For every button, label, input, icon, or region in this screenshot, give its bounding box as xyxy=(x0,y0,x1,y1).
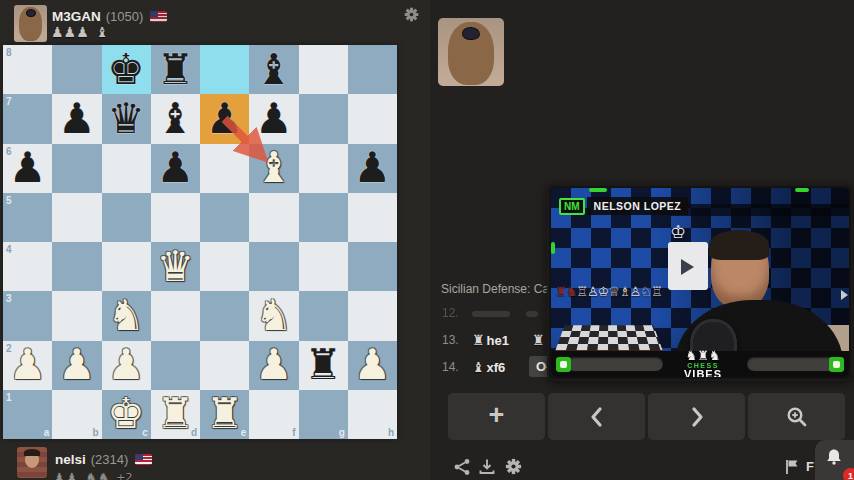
square-g2[interactable]: ♜ xyxy=(299,341,348,390)
square-a7[interactable]: 7 xyxy=(3,94,52,143)
square-c3[interactable]: ♞ xyxy=(102,291,151,340)
share-icon[interactable] xyxy=(452,457,472,480)
file-label-h: h xyxy=(388,427,394,438)
white-pawn-a2: ♟ xyxy=(3,341,52,390)
captured-knight-icon: ♞ xyxy=(98,470,111,480)
square-a4[interactable]: 4 xyxy=(3,242,52,291)
square-g3[interactable] xyxy=(299,291,348,340)
black-bishop-f8: ♝ xyxy=(249,45,298,94)
square-d3[interactable] xyxy=(151,291,200,340)
move-number: 14. xyxy=(442,360,459,374)
captured-bishop-icon: ♝ xyxy=(96,24,109,40)
black-king-c8: ♚ xyxy=(102,45,151,94)
black-pawn-e7: ♟ xyxy=(200,94,249,143)
square-c4[interactable] xyxy=(102,242,151,291)
file-label-g: g xyxy=(339,427,345,438)
webcam-scene: ♔ ♜♞♖♙♔♕♗♙♘♖ ♞♜♞ CHESS VIBES xyxy=(551,188,849,377)
square-g8[interactable] xyxy=(299,45,348,94)
square-g1[interactable]: g xyxy=(299,390,348,439)
square-e3[interactable] xyxy=(200,291,249,340)
bot-avatar-large[interactable] xyxy=(438,18,504,86)
rank-label-1: 1 xyxy=(6,392,12,403)
square-b7[interactable]: ♟ xyxy=(52,94,101,143)
square-b2[interactable]: ♟ xyxy=(52,341,101,390)
chevron-right-icon xyxy=(689,406,705,428)
previous-move-button[interactable] xyxy=(548,393,645,440)
black-pawn-h6: ♟ xyxy=(348,144,397,193)
black-pawn-d6: ♟ xyxy=(151,144,200,193)
overlay-ticker-right xyxy=(747,357,837,371)
rank-label-8: 8 xyxy=(6,47,12,58)
square-a8[interactable]: 8 xyxy=(3,45,52,94)
file-label-a: a xyxy=(44,427,50,438)
top-player-name[interactable]: M3GAN xyxy=(52,9,101,24)
square-d1[interactable]: d♜ xyxy=(151,390,200,439)
streamer-nametag: NM NELSON LOPEZ xyxy=(559,197,688,215)
rank-label-5: 5 xyxy=(6,195,12,206)
file-label-f: f xyxy=(292,427,295,438)
square-b5[interactable] xyxy=(52,193,101,242)
move-piece-icon: ♜ xyxy=(472,332,485,348)
white-pawn-h2: ♟ xyxy=(348,341,397,390)
rank-label-7: 7 xyxy=(6,96,12,107)
magnifier-icon xyxy=(785,405,809,429)
square-e6[interactable] xyxy=(200,144,249,193)
square-b4[interactable] xyxy=(52,242,101,291)
square-b1[interactable]: b xyxy=(52,390,101,439)
white-knight-f3: ♞ xyxy=(249,291,298,340)
chevron-left-icon xyxy=(589,406,605,428)
square-f4[interactable] xyxy=(249,242,298,291)
next-move-button[interactable] xyxy=(648,393,745,440)
notification-count-badge: 1 xyxy=(843,468,854,480)
bottom-player-rating: (2314) xyxy=(91,452,129,467)
captured-pawn-icon: ♟ xyxy=(51,24,64,40)
square-f2[interactable]: ♟ xyxy=(249,341,298,390)
square-c5[interactable] xyxy=(102,193,151,242)
black-pawn-a6: ♟ xyxy=(3,144,52,193)
physical-chess-pieces: ♜♞♖♙♔♕♗♙♘♖ xyxy=(555,284,662,299)
white-rook-e1: ♜ xyxy=(200,390,249,439)
settings-gear-icon[interactable] xyxy=(504,457,523,480)
bottom-player-info: nelsi(2314) ♟♟♞♞+2 xyxy=(0,440,430,480)
square-f1[interactable]: f xyxy=(249,390,298,439)
square-a6[interactable]: 6♟ xyxy=(3,144,52,193)
top-player-avatar[interactable] xyxy=(14,5,47,42)
square-h1[interactable]: h xyxy=(348,390,397,439)
streamer-face xyxy=(711,234,769,308)
black-move[interactable]: ♜ xyxy=(532,332,547,348)
white-knight-c3: ♞ xyxy=(102,291,151,340)
top-player-flag-icon xyxy=(150,11,167,22)
black-queen-c7: ♛ xyxy=(102,94,151,143)
move-piece-icon: ♝ xyxy=(472,359,485,375)
logo-pieces: ♞♜♞ xyxy=(667,350,739,362)
square-e1[interactable]: e♜ xyxy=(200,390,249,439)
square-e2[interactable] xyxy=(200,341,249,390)
frame-right-marker xyxy=(841,290,848,300)
square-f6[interactable]: ♝ xyxy=(249,144,298,193)
square-g7[interactable] xyxy=(299,94,348,143)
file-label-c: c xyxy=(142,427,148,438)
notification-card[interactable]: 1 xyxy=(815,440,854,480)
title-badge: NM xyxy=(559,198,585,215)
panel-footer: F xyxy=(430,455,854,480)
trophy-king-piece: ♔ xyxy=(670,221,686,242)
square-c2[interactable]: ♟ xyxy=(102,341,151,390)
top-player-info: M3GAN(1050) ♟♟♟♝ xyxy=(0,0,430,45)
clipped-text-fragment: F xyxy=(806,459,814,474)
bottom-player-avatar[interactable] xyxy=(17,447,47,478)
white-pawn-f2: ♟ xyxy=(249,341,298,390)
square-h3[interactable] xyxy=(348,291,397,340)
square-d4[interactable]: ♛ xyxy=(151,242,200,291)
top-captured-pieces: ♟♟♟♝ xyxy=(51,24,108,40)
square-b6[interactable] xyxy=(52,144,101,193)
white-rook-d1: ♜ xyxy=(151,390,200,439)
rank-label-3: 3 xyxy=(6,293,12,304)
captured-knight-icon: ♞ xyxy=(85,470,98,480)
square-c7[interactable]: ♛ xyxy=(102,94,151,143)
square-e8[interactable] xyxy=(200,45,249,94)
opening-name[interactable]: Sicilian Defense: Can xyxy=(441,282,556,296)
streamer-name: NELSON LOPEZ xyxy=(587,197,689,215)
white-queen-d4: ♛ xyxy=(151,242,200,291)
add-button[interactable]: + xyxy=(448,393,545,440)
streamer-webcam-overlay[interactable]: ♔ ♜♞♖♙♔♕♗♙♘♖ ♞♜♞ CHESS VIBES NM NELSON L… xyxy=(547,184,853,381)
square-d6[interactable]: ♟ xyxy=(151,144,200,193)
bottom-player-name[interactable]: nelsi xyxy=(55,452,86,467)
white-pawn-b2: ♟ xyxy=(52,341,101,390)
square-f5[interactable] xyxy=(249,193,298,242)
black-rook-d8: ♜ xyxy=(151,45,200,94)
square-g4[interactable] xyxy=(299,242,348,291)
square-a2[interactable]: 2♟ xyxy=(3,341,52,390)
file-label-b: b xyxy=(92,427,98,438)
analysis-button[interactable] xyxy=(748,393,845,440)
bottom-captured-pieces: ♟♟♞♞+2 xyxy=(53,470,132,480)
black-rook-g2: ♜ xyxy=(299,341,348,390)
overlay-green-icon-right xyxy=(829,357,844,372)
square-h5[interactable] xyxy=(348,193,397,242)
captured-pawn-icon: ♟ xyxy=(76,24,89,40)
plus-icon: + xyxy=(489,400,505,431)
rank-label-6: 6 xyxy=(6,146,12,157)
white-bishop-f6: ♝ xyxy=(249,144,298,193)
chess-board[interactable]: 8♚♜♝7♟♛♝♟♟6♟♟♝♟54♛3♞♞2♟♟♟♟♜♟1abc♚d♜e♜fgh xyxy=(3,45,397,439)
square-f7[interactable]: ♟ xyxy=(249,94,298,143)
square-a1[interactable]: 1a xyxy=(3,390,52,439)
move-number: 13. xyxy=(442,333,459,347)
square-g6[interactable] xyxy=(299,144,348,193)
overlay-ticker-left xyxy=(567,357,663,371)
captured-pawn-icon: ♟ xyxy=(66,470,79,480)
white-king-c1: ♚ xyxy=(102,390,151,439)
file-label-d: d xyxy=(191,427,197,438)
square-e4[interactable] xyxy=(200,242,249,291)
overlay-green-icon-left xyxy=(556,357,571,372)
black-bishop-d7: ♝ xyxy=(151,94,200,143)
board-settings-gear-icon[interactable] xyxy=(403,6,420,27)
download-icon[interactable] xyxy=(478,458,496,479)
white-move[interactable]: ♜he1 xyxy=(472,332,509,348)
square-b3[interactable] xyxy=(52,291,101,340)
move-number: 12. xyxy=(442,306,459,320)
square-f3[interactable]: ♞ xyxy=(249,291,298,340)
game-controls: + xyxy=(448,393,845,440)
black-pawn-f7: ♟ xyxy=(249,94,298,143)
captured-pawn-icon: ♟ xyxy=(53,470,66,480)
square-e7[interactable]: ♟ xyxy=(200,94,249,143)
youtube-play-button-plaque xyxy=(668,242,708,290)
square-d5[interactable] xyxy=(151,193,200,242)
rank-label-4: 4 xyxy=(6,244,12,255)
square-a5[interactable]: 5 xyxy=(3,193,52,242)
square-a3[interactable]: 3 xyxy=(3,291,52,340)
move-piece-icon: ♜ xyxy=(532,332,545,348)
square-d2[interactable] xyxy=(151,341,200,390)
square-h8[interactable] xyxy=(348,45,397,94)
chess-vibes-logo: ♞♜♞ CHESS VIBES xyxy=(667,350,739,377)
square-b8[interactable] xyxy=(52,45,101,94)
flag-icon[interactable] xyxy=(784,458,800,479)
black-pawn-b7: ♟ xyxy=(52,94,101,143)
rank-label-2: 2 xyxy=(6,343,12,354)
white-move[interactable]: ♝xf6 xyxy=(472,359,505,375)
square-f8[interactable]: ♝ xyxy=(249,45,298,94)
square-c6[interactable] xyxy=(102,144,151,193)
captured-pawn-icon: ♟ xyxy=(64,24,77,40)
square-h6[interactable]: ♟ xyxy=(348,144,397,193)
square-c8[interactable]: ♚ xyxy=(102,45,151,94)
square-h7[interactable] xyxy=(348,94,397,143)
white-pawn-c2: ♟ xyxy=(102,341,151,390)
square-c1[interactable]: c♚ xyxy=(102,390,151,439)
notification-bell-icon xyxy=(824,447,844,467)
square-h2[interactable]: ♟ xyxy=(348,341,397,390)
square-d7[interactable]: ♝ xyxy=(151,94,200,143)
square-e5[interactable] xyxy=(200,193,249,242)
material-advantage: +2 xyxy=(116,471,132,480)
square-d8[interactable]: ♜ xyxy=(151,45,200,94)
top-player-rating: (1050) xyxy=(106,9,144,24)
square-g5[interactable] xyxy=(299,193,348,242)
square-h4[interactable] xyxy=(348,242,397,291)
file-label-e: e xyxy=(241,427,247,438)
bottom-player-flag-icon xyxy=(135,454,152,465)
